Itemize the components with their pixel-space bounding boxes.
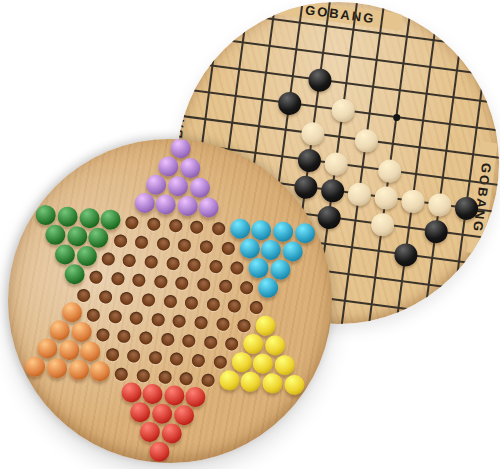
peg-yellow: [243, 333, 264, 354]
white-stone: [376, 158, 402, 184]
board-hole: [216, 317, 230, 331]
board-hole: [228, 299, 242, 313]
board-hole: [142, 293, 156, 307]
board-hole: [151, 312, 165, 326]
board-hole: [108, 309, 122, 323]
board-hole: [144, 255, 158, 269]
peg-purple: [158, 156, 179, 177]
chinese-checkers-board: [8, 139, 332, 463]
gobang-grid-line-horizontal: [177, 25, 499, 81]
board-hole: [173, 314, 187, 328]
board-hole: [132, 273, 146, 287]
board-hole: [225, 336, 239, 350]
peg-yellow: [231, 351, 252, 372]
board-hole: [240, 280, 254, 294]
board-hole: [127, 349, 141, 363]
board-hole: [211, 221, 225, 235]
black-stone: [316, 204, 342, 230]
peg-purple: [134, 192, 155, 213]
board-hole: [113, 233, 127, 247]
peg-orange: [58, 339, 79, 360]
black-stone: [276, 90, 302, 116]
peg-orange: [89, 361, 110, 382]
peg-red: [185, 386, 206, 407]
board-hole: [190, 220, 204, 234]
board-hole: [156, 236, 170, 250]
board-hole: [123, 253, 137, 267]
board-hole: [117, 329, 131, 343]
board-hole: [120, 291, 134, 305]
peg-blue: [258, 277, 279, 298]
peg-yellow: [240, 371, 261, 392]
board-hole: [213, 355, 227, 369]
board-hole: [203, 335, 217, 349]
peg-blue: [294, 223, 315, 244]
peg-purple: [155, 194, 176, 215]
board-hole: [147, 217, 161, 231]
board-hole: [221, 241, 235, 255]
board-hole: [136, 368, 150, 382]
board-hole: [230, 261, 244, 275]
peg-red: [164, 385, 185, 406]
white-stone: [330, 97, 356, 123]
white-stone: [353, 127, 379, 153]
peg-blue: [229, 218, 250, 239]
peg-green: [79, 207, 100, 228]
peg-blue: [248, 257, 269, 278]
peg-orange: [71, 321, 92, 342]
board-hole: [163, 294, 177, 308]
peg-green: [88, 227, 109, 248]
board-hole: [139, 330, 153, 344]
peg-orange: [37, 338, 58, 359]
peg-yellow: [262, 373, 283, 394]
gobang-grid-line-vertical: [412, 2, 468, 324]
black-stone: [307, 67, 333, 93]
board-hole: [206, 297, 220, 311]
peg-blue: [272, 221, 293, 242]
board-hole: [77, 288, 91, 302]
peg-blue: [260, 239, 281, 260]
board-hole: [101, 252, 115, 266]
white-stone: [300, 120, 326, 146]
black-stone: [319, 177, 345, 203]
peg-purple: [198, 197, 219, 218]
peg-purple: [177, 195, 198, 216]
white-stone: [369, 211, 395, 237]
peg-yellow: [255, 315, 276, 336]
peg-yellow: [264, 335, 285, 356]
peg-orange: [80, 341, 101, 362]
board-hole: [197, 277, 211, 291]
board-hole: [158, 370, 172, 384]
board-hole: [168, 218, 182, 232]
peg-red: [173, 405, 194, 426]
peg-purple: [179, 157, 200, 178]
white-stone: [346, 181, 372, 207]
peg-blue: [239, 238, 260, 259]
board-hole: [199, 239, 213, 253]
peg-blue: [251, 220, 272, 241]
board-hole: [237, 318, 251, 332]
board-hole: [105, 347, 119, 361]
peg-yellow: [283, 374, 304, 395]
board-hole: [178, 238, 192, 252]
peg-orange: [61, 302, 82, 323]
board-hole: [218, 279, 232, 293]
white-stone: [373, 184, 399, 210]
chinese-checkers-grid: [8, 139, 332, 463]
peg-yellow: [219, 370, 240, 391]
black-stone: [293, 174, 319, 200]
peg-green: [57, 206, 78, 227]
peg-orange: [25, 356, 46, 377]
peg-green: [100, 209, 121, 230]
peg-orange: [46, 358, 67, 379]
black-stone: [393, 241, 419, 267]
board-hole: [154, 274, 168, 288]
board-hole: [135, 235, 149, 249]
peg-red: [130, 402, 151, 423]
board-hole: [175, 276, 189, 290]
board-hole: [166, 256, 180, 270]
white-stone: [400, 188, 426, 214]
peg-green: [54, 244, 75, 265]
board-hole: [209, 259, 223, 273]
board-hole: [98, 290, 112, 304]
gobang-star-point: [392, 113, 400, 121]
board-hole: [249, 300, 263, 314]
peg-yellow: [252, 353, 273, 374]
black-stone: [423, 218, 449, 244]
board-hole: [179, 371, 193, 385]
peg-yellow: [274, 354, 295, 375]
board-hole: [170, 352, 184, 366]
peg-purple: [146, 174, 167, 195]
peg-purple: [170, 139, 191, 159]
peg-red: [120, 382, 141, 403]
board-hole: [187, 258, 201, 272]
peg-purple: [167, 176, 188, 197]
peg-red: [142, 383, 163, 404]
board-hole: [185, 296, 199, 310]
board-hole: [86, 308, 100, 322]
product-photo: GOBANG GOBANG GOBANG GOBANG: [0, 0, 500, 469]
peg-green: [45, 224, 66, 245]
peg-orange: [68, 359, 89, 380]
white-stone: [426, 191, 452, 217]
board-hole: [125, 215, 139, 229]
peg-green: [64, 264, 85, 285]
peg-orange: [49, 320, 70, 341]
peg-green: [66, 226, 87, 247]
peg-blue: [282, 241, 303, 262]
peg-red: [139, 421, 160, 442]
board-hole: [191, 353, 205, 367]
board-hole: [115, 367, 129, 381]
white-stone: [323, 151, 349, 177]
peg-green: [76, 245, 97, 266]
peg-red: [149, 441, 170, 462]
peg-green: [35, 204, 56, 225]
board-hole: [111, 271, 125, 285]
peg-red: [151, 403, 172, 424]
board-hole: [194, 315, 208, 329]
board-hole: [201, 373, 215, 387]
board-hole: [96, 327, 110, 341]
board-hole: [129, 311, 143, 325]
board-hole: [89, 270, 103, 284]
black-stone: [296, 147, 322, 173]
board-hole: [160, 332, 174, 346]
board-hole: [182, 333, 196, 347]
peg-purple: [189, 177, 210, 198]
peg-red: [161, 423, 182, 444]
peg-blue: [270, 259, 291, 280]
board-hole: [148, 350, 162, 364]
